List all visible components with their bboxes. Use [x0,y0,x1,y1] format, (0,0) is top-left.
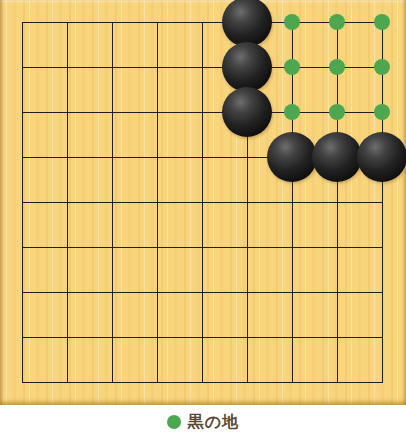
intersection-E6 [180,135,225,180]
go-territory-diagram: 黒の地 [0,0,406,435]
intersection-D1 [135,360,180,405]
black-territory-dot-icon [167,415,181,429]
intersection-A4 [0,225,45,270]
intersection-E8 [180,45,225,90]
intersection-F3 [225,270,270,315]
territory-marker-J9 [374,14,390,30]
black-stone-H6 [312,132,362,182]
legend-label: 黒の地 [188,414,239,430]
intersection-D6 [135,135,180,180]
intersection-E2 [180,315,225,360]
intersection-H3 [315,270,360,315]
black-stone-G6 [267,132,317,182]
intersection-J1 [360,360,405,405]
intersection-C5 [90,180,135,225]
intersection-G1 [270,360,315,405]
intersection-E9 [180,0,225,45]
intersection-E1 [180,360,225,405]
intersection-C9 [90,0,135,45]
intersection-B4 [45,225,90,270]
intersection-A5 [0,180,45,225]
intersection-J5 [360,180,405,225]
intersection-D8 [135,45,180,90]
intersection-A2 [0,315,45,360]
intersection-B5 [45,180,90,225]
board-grid [0,0,405,405]
intersection-E7 [180,90,225,135]
intersection-B1 [45,360,90,405]
intersection-G2 [270,315,315,360]
territory-marker-H8 [329,59,345,75]
go-board [0,0,406,405]
intersection-C3 [90,270,135,315]
territory-marker-G9 [284,14,300,30]
intersection-C8 [90,45,135,90]
intersection-C6 [90,135,135,180]
intersection-B9 [45,0,90,45]
intersection-H2 [315,315,360,360]
intersection-B3 [45,270,90,315]
territory-marker-G8 [284,59,300,75]
intersection-A6 [0,135,45,180]
intersection-H5 [315,180,360,225]
black-stone-J6 [357,132,406,182]
intersection-H4 [315,225,360,270]
intersection-H1 [315,360,360,405]
intersection-G4 [270,225,315,270]
territory-marker-J7 [374,104,390,120]
intersection-D5 [135,180,180,225]
intersection-B2 [45,315,90,360]
intersection-E5 [180,180,225,225]
intersection-F5 [225,180,270,225]
intersection-D3 [135,270,180,315]
intersection-B7 [45,90,90,135]
black-stone-F8 [222,42,272,92]
intersection-G5 [270,180,315,225]
intersection-J4 [360,225,405,270]
intersection-D9 [135,0,180,45]
territory-marker-H7 [329,104,345,120]
legend: 黒の地 [0,409,406,435]
intersection-C1 [90,360,135,405]
territory-marker-H9 [329,14,345,30]
intersection-E3 [180,270,225,315]
intersection-E4 [180,225,225,270]
intersection-F4 [225,225,270,270]
intersection-D2 [135,315,180,360]
territory-marker-J8 [374,59,390,75]
intersection-A9 [0,0,45,45]
intersection-B6 [45,135,90,180]
black-stone-F7 [222,87,272,137]
territory-marker-G7 [284,104,300,120]
intersection-D7 [135,90,180,135]
intersection-J2 [360,315,405,360]
intersection-C7 [90,90,135,135]
intersection-A8 [0,45,45,90]
intersection-J3 [360,270,405,315]
intersection-A1 [0,360,45,405]
intersection-D4 [135,225,180,270]
intersection-G3 [270,270,315,315]
intersection-A7 [0,90,45,135]
intersection-F1 [225,360,270,405]
intersection-C2 [90,315,135,360]
intersection-A3 [0,270,45,315]
intersection-F2 [225,315,270,360]
intersection-C4 [90,225,135,270]
intersection-F6 [225,135,270,180]
intersection-B8 [45,45,90,90]
